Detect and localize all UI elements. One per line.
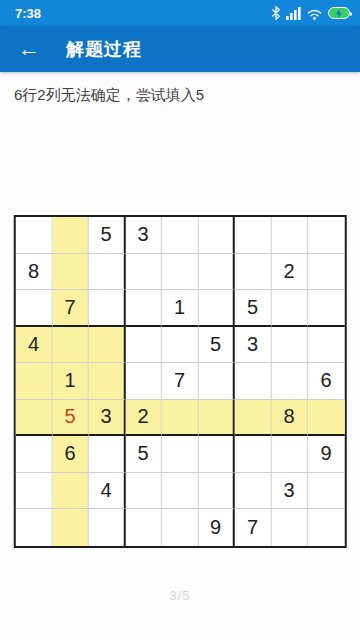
sudoku-cell-r9c9: [308, 509, 345, 546]
sudoku-cell-r3c9: [308, 290, 345, 327]
sudoku-cell-r3c7: 5: [235, 290, 272, 327]
sudoku-cell-r7c8: [271, 436, 308, 473]
back-button[interactable]: ←: [18, 38, 40, 60]
sudoku-cell-r4c7: 3: [235, 327, 272, 364]
sudoku-cell-r8c5: [162, 473, 199, 510]
sudoku-cell-r4c1: 4: [16, 327, 53, 364]
sudoku-cell-r6c9: [308, 400, 345, 437]
sudoku-cell-r6c1: [16, 400, 53, 437]
sudoku-cell-r9c2: [52, 509, 89, 546]
sudoku-cell-r8c1: [16, 473, 53, 510]
sudoku-cell-r2c9: [308, 254, 345, 291]
page-indicator: 3/5: [0, 588, 360, 603]
sudoku-cell-r1c9: [308, 217, 345, 254]
sudoku-cell-r6c8: 8: [271, 400, 308, 437]
sudoku-cell-r8c9: [308, 473, 345, 510]
sudoku-cell-r5c3: [89, 363, 126, 400]
sudoku-board: 538271545317653286594397: [14, 215, 347, 548]
sudoku-cell-r7c1: [16, 436, 53, 473]
sudoku-cell-r4c2: [52, 327, 89, 364]
sudoku-cell-r6c5: [162, 400, 199, 437]
sudoku-cell-r6c3: 3: [89, 400, 126, 437]
page-title: 解题过程: [66, 37, 142, 61]
status-time: 7:38: [10, 6, 41, 21]
sudoku-cell-r2c2: [52, 254, 89, 291]
sudoku-cell-r9c1: [16, 509, 53, 546]
battery-charging-icon: [328, 7, 350, 19]
step-message: 6行2列无法确定，尝试填入5: [14, 86, 346, 105]
sudoku-cell-r5c8: [271, 363, 308, 400]
sudoku-cell-r8c7: [235, 473, 272, 510]
sudoku-cell-r3c8: [271, 290, 308, 327]
sudoku-cell-r7c9: 9: [308, 436, 345, 473]
sudoku-cell-r5c1: [16, 363, 53, 400]
sudoku-cell-r2c6: [198, 254, 235, 291]
sudoku-cell-r7c6: [198, 436, 235, 473]
sudoku-cell-r2c4: [125, 254, 162, 291]
sudoku-cell-r1c7: [235, 217, 272, 254]
sudoku-cell-r8c2: [52, 473, 89, 510]
sudoku-cell-r1c5: [162, 217, 199, 254]
sudoku-cell-r4c5: [162, 327, 199, 364]
sudoku-cell-r4c8: [271, 327, 308, 364]
sudoku-cell-r3c4: [125, 290, 162, 327]
sudoku-cell-r1c1: [16, 217, 53, 254]
sudoku-cell-r5c2: 1: [52, 363, 89, 400]
sudoku-cell-r6c4: 2: [125, 400, 162, 437]
back-arrow-icon: ←: [18, 36, 40, 61]
wifi-icon: [306, 7, 323, 20]
sudoku-cell-r2c7: [235, 254, 272, 291]
sudoku-cell-r3c5: 1: [162, 290, 199, 327]
sudoku-cell-r4c6: 5: [198, 327, 235, 364]
sudoku-cell-r6c2: 5: [52, 400, 89, 437]
bluetooth-icon: [271, 6, 281, 20]
sudoku-cell-r3c3: [89, 290, 126, 327]
status-bar: 7:38: [0, 0, 360, 26]
sudoku-cell-r7c4: 5: [125, 436, 162, 473]
sudoku-cell-r9c3: [89, 509, 126, 546]
sudoku-cell-r5c4: [125, 363, 162, 400]
sudoku-cell-r6c6: [198, 400, 235, 437]
sudoku-cell-r8c6: [198, 473, 235, 510]
sudoku-cell-r1c6: [198, 217, 235, 254]
sudoku-cell-r1c3: 5: [89, 217, 126, 254]
sudoku-cell-r4c9: [308, 327, 345, 364]
sudoku-cell-r7c2: 6: [52, 436, 89, 473]
sudoku-cell-r2c5: [162, 254, 199, 291]
sudoku-cell-r1c8: [271, 217, 308, 254]
sudoku-cell-r8c4: [125, 473, 162, 510]
sudoku-cell-r7c3: [89, 436, 126, 473]
sudoku-cell-r9c5: [162, 509, 199, 546]
sudoku-cell-r4c3: [89, 327, 126, 364]
sudoku-cell-r7c5: [162, 436, 199, 473]
sudoku-cell-r3c2: 7: [52, 290, 89, 327]
sudoku-cell-r8c8: 3: [271, 473, 308, 510]
sudoku-cell-r9c4: [125, 509, 162, 546]
sudoku-cell-r3c6: [198, 290, 235, 327]
sudoku-cell-r5c7: [235, 363, 272, 400]
sudoku-cell-r1c4: 3: [125, 217, 162, 254]
sudoku-cell-r5c6: [198, 363, 235, 400]
status-icons: [271, 6, 350, 20]
sudoku-cell-r5c5: 7: [162, 363, 199, 400]
sudoku-cell-r2c3: [89, 254, 126, 291]
signal-strength-icon: [286, 7, 301, 20]
sudoku-cell-r5c9: 6: [308, 363, 345, 400]
sudoku-cell-r9c7: 7: [235, 509, 272, 546]
sudoku-cell-r2c1: 8: [16, 254, 53, 291]
sudoku-cell-r2c8: 2: [271, 254, 308, 291]
sudoku-cell-r3c1: [16, 290, 53, 327]
sudoku-cell-r8c3: 4: [89, 473, 126, 510]
sudoku-cell-r1c2: [52, 217, 89, 254]
sudoku-cell-r9c8: [271, 509, 308, 546]
sudoku-cell-r6c7: [235, 400, 272, 437]
sudoku-cell-r9c6: 9: [198, 509, 235, 546]
sudoku-cell-r7c7: [235, 436, 272, 473]
sudoku-cell-r4c4: [125, 327, 162, 364]
app-bar: ← 解题过程: [0, 26, 360, 72]
